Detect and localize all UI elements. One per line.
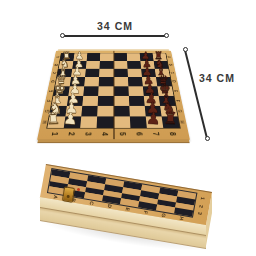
square-h6 [129, 116, 146, 127]
height-dimension-endpoint-top [183, 47, 188, 52]
square-d5 [114, 77, 129, 86]
square-e5 [114, 86, 129, 95]
square-c3 [85, 69, 100, 77]
file-letter: F [170, 98, 185, 103]
square-b2 [72, 61, 86, 69]
rank-numbers-bottom: 12345678 [45, 129, 182, 140]
square-g5 [114, 106, 130, 117]
file-letter: D [167, 79, 181, 83]
square-c7 [141, 69, 156, 77]
board-front-edge [37, 139, 189, 143]
square-a2 [73, 53, 87, 61]
square-a4 [100, 53, 113, 61]
square-c6 [127, 69, 142, 77]
square-b6 [127, 61, 141, 69]
square-b7 [140, 61, 154, 69]
square-d2 [70, 77, 85, 86]
closed-box-end-numbers: 123 [193, 194, 210, 219]
file-letter: E [43, 88, 58, 93]
board-fold-seam [113, 51, 115, 140]
square-a5 [114, 53, 127, 61]
file-letter: E [169, 88, 184, 93]
square-g3 [82, 106, 99, 117]
square-e2 [68, 86, 84, 95]
file-letter: D [46, 79, 60, 83]
square-g6 [129, 106, 146, 117]
square-h2 [64, 116, 82, 127]
square-b5 [114, 61, 128, 69]
file-letter: F [41, 98, 56, 103]
width-dimension-label: 34 CM [85, 20, 145, 32]
square-a6 [126, 53, 140, 61]
square-f2 [67, 96, 83, 106]
file-letter: A [163, 55, 176, 59]
file-letter: G [39, 108, 55, 113]
box-end-number: 3 [195, 207, 205, 221]
square-b4 [100, 61, 114, 69]
square-f7 [144, 96, 160, 106]
square-d6 [128, 77, 143, 86]
file-letter: B [49, 63, 63, 67]
square-c4 [99, 69, 113, 77]
square-h5 [114, 116, 131, 127]
square-d3 [84, 77, 99, 86]
square-f3 [83, 96, 99, 106]
square-g7 [144, 106, 161, 117]
square-e3 [83, 86, 98, 95]
file-letter: H [36, 119, 52, 125]
file-letter: C [166, 71, 180, 75]
square-g2 [66, 106, 83, 117]
square-h7 [145, 116, 163, 127]
square-a3 [87, 53, 101, 61]
file-letter: H [174, 119, 190, 125]
square-f6 [129, 96, 145, 106]
open-chess-board: ABCDEFGH ABCDEFGH 12345678 [37, 51, 190, 140]
brass-clasp [62, 186, 75, 203]
square-c2 [71, 69, 86, 77]
red-dot-sticker [77, 188, 80, 191]
square-f4 [98, 96, 113, 106]
square-h3 [80, 116, 97, 127]
file-letter: G [172, 108, 188, 113]
square-e4 [98, 86, 113, 95]
square-e7 [143, 86, 159, 95]
square-e6 [128, 86, 143, 95]
square-d4 [99, 77, 114, 86]
file-letter: B [164, 63, 178, 67]
height-dimension-line [185, 50, 209, 140]
square-a7 [139, 53, 153, 61]
square-h4 [97, 116, 114, 127]
height-dimension-label: 34 CM [199, 72, 235, 84]
product-photo-chess-set: 34 CM 34 CM ABCDEFGH ABCDEFGH 12345678 ♜… [0, 0, 256, 256]
square-f5 [114, 96, 129, 106]
square-b3 [86, 61, 100, 69]
file-letter: A [51, 55, 64, 59]
square-g4 [98, 106, 114, 117]
height-dimension-endpoint-bottom [205, 136, 210, 141]
width-dimension-endpoint-right [164, 33, 169, 38]
width-dimension-endpoint-left [60, 33, 65, 38]
file-letter: C [48, 71, 62, 75]
square-c5 [114, 69, 128, 77]
width-dimension-line [64, 35, 166, 37]
square-d7 [142, 77, 157, 86]
